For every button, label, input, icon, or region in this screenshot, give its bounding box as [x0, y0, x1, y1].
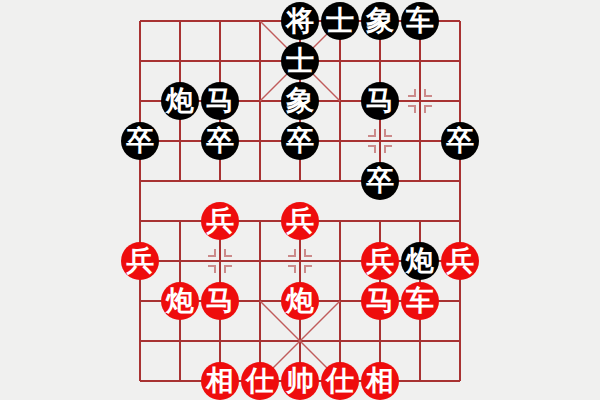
board-point[interactable] — [440, 201, 480, 241]
board-point[interactable] — [320, 321, 360, 361]
board-point[interactable] — [280, 321, 320, 361]
piece-black-cannon[interactable]: 炮 — [161, 82, 199, 120]
piece-red-elephant[interactable]: 相 — [201, 362, 239, 400]
board-point[interactable]: 象 — [360, 1, 400, 41]
board-point[interactable] — [120, 281, 160, 321]
board-point[interactable] — [400, 201, 440, 241]
board-point[interactable]: 卒 — [200, 121, 240, 161]
board-point[interactable]: 炮 — [160, 281, 200, 321]
xiangqi-board: 将士象车士炮马象马卒卒卒卒卒兵兵兵兵炮兵炮马炮马车相仕帅仕相 — [0, 0, 600, 400]
piece-red-horse[interactable]: 马 — [361, 282, 399, 320]
piece-black-advisor[interactable]: 士 — [321, 2, 359, 40]
piece-red-elephant[interactable]: 相 — [361, 362, 399, 400]
board-point[interactable] — [160, 201, 200, 241]
board-point[interactable] — [200, 161, 240, 201]
board-point[interactable] — [440, 81, 480, 121]
board-point[interactable] — [440, 321, 480, 361]
board-point[interactable]: 士 — [280, 41, 320, 81]
board-point[interactable] — [160, 41, 200, 81]
board-point[interactable]: 象 — [280, 81, 320, 121]
board-point[interactable] — [160, 161, 200, 201]
board-point[interactable] — [120, 361, 160, 400]
board-point[interactable]: 炮 — [280, 281, 320, 321]
board-point[interactable] — [400, 121, 440, 161]
piece-red-advisor[interactable]: 仕 — [241, 362, 279, 400]
board-point[interactable] — [120, 81, 160, 121]
board-point[interactable] — [240, 241, 280, 281]
board-point[interactable] — [120, 1, 160, 41]
board-point[interactable] — [160, 241, 200, 281]
board-point[interactable]: 卒 — [440, 121, 480, 161]
board-point[interactable]: 兵 — [120, 241, 160, 281]
board-point[interactable]: 兵 — [280, 201, 320, 241]
piece-red-cannon[interactable]: 炮 — [281, 282, 319, 320]
piece-black-horse[interactable]: 马 — [361, 82, 399, 120]
board-point[interactable] — [200, 321, 240, 361]
board-point[interactable] — [400, 361, 440, 400]
board-point[interactable] — [160, 361, 200, 400]
board-point[interactable]: 卒 — [360, 161, 400, 201]
board-point[interactable] — [240, 1, 280, 41]
board-point[interactable] — [360, 201, 400, 241]
piece-red-chariot[interactable]: 车 — [401, 282, 439, 320]
board-point[interactable]: 士 — [320, 1, 360, 41]
board-point[interactable] — [280, 161, 320, 201]
board-point[interactable] — [440, 361, 480, 400]
piece-red-soldier[interactable]: 兵 — [201, 202, 239, 240]
board-point[interactable]: 卒 — [120, 121, 160, 161]
board-point[interactable]: 相 — [200, 361, 240, 400]
board-point[interactable] — [320, 201, 360, 241]
piece-black-general[interactable]: 将 — [281, 2, 319, 40]
board-point[interactable]: 将 — [280, 1, 320, 41]
board-point[interactable] — [240, 201, 280, 241]
piece-red-cannon[interactable]: 炮 — [161, 282, 199, 320]
piece-black-soldier[interactable]: 卒 — [361, 162, 399, 200]
board-point[interactable] — [360, 321, 400, 361]
board-point[interactable] — [440, 1, 480, 41]
board-point[interactable] — [400, 81, 440, 121]
board-point[interactable]: 炮 — [160, 81, 200, 121]
piece-black-soldier[interactable]: 卒 — [441, 122, 479, 160]
board-point[interactable]: 兵 — [200, 201, 240, 241]
board-point[interactable] — [280, 241, 320, 281]
piece-red-horse[interactable]: 马 — [201, 282, 239, 320]
board-point[interactable] — [120, 321, 160, 361]
board-point[interactable] — [400, 41, 440, 81]
board-point[interactable] — [320, 161, 360, 201]
board-point[interactable] — [240, 161, 280, 201]
board-point[interactable] — [320, 81, 360, 121]
board-point[interactable] — [400, 321, 440, 361]
board-point[interactable] — [440, 41, 480, 81]
board-point[interactable] — [200, 41, 240, 81]
board-point[interactable] — [360, 41, 400, 81]
board-point[interactable] — [320, 41, 360, 81]
piece-red-soldier[interactable]: 兵 — [441, 242, 479, 280]
piece-red-general[interactable]: 帅 — [281, 362, 319, 400]
board-points: 将士象车士炮马象马卒卒卒卒卒兵兵兵兵炮兵炮马炮马车相仕帅仕相 — [120, 1, 480, 400]
board-point[interactable]: 仕 — [240, 361, 280, 400]
board-point[interactable] — [320, 121, 360, 161]
board-point[interactable] — [320, 281, 360, 321]
board-point[interactable]: 马 — [200, 81, 240, 121]
board-point[interactable] — [400, 161, 440, 201]
piece-red-advisor[interactable]: 仕 — [321, 362, 359, 400]
board-point[interactable] — [360, 121, 400, 161]
board-point[interactable] — [240, 81, 280, 121]
board-point[interactable] — [160, 321, 200, 361]
piece-black-soldier[interactable]: 卒 — [201, 122, 239, 160]
board-point[interactable]: 马 — [360, 81, 400, 121]
board-point[interactable]: 兵 — [360, 241, 400, 281]
board-point[interactable] — [240, 321, 280, 361]
board-point[interactable] — [320, 241, 360, 281]
board-point[interactable]: 卒 — [280, 121, 320, 161]
piece-black-horse[interactable]: 马 — [201, 82, 239, 120]
board-point[interactable] — [120, 41, 160, 81]
board-point[interactable] — [160, 121, 200, 161]
board-point[interactable]: 车 — [400, 1, 440, 41]
piece-red-soldier[interactable]: 兵 — [361, 242, 399, 280]
piece-black-cannon[interactable]: 炮 — [401, 242, 439, 280]
board-point[interactable]: 马 — [200, 281, 240, 321]
board-point[interactable] — [240, 121, 280, 161]
board-point[interactable] — [200, 241, 240, 281]
piece-black-advisor[interactable]: 士 — [281, 42, 319, 80]
board-point[interactable] — [120, 201, 160, 241]
board-point[interactable]: 仕 — [320, 361, 360, 400]
board-point[interactable]: 车 — [400, 281, 440, 321]
board-point[interactable]: 兵 — [440, 241, 480, 281]
board-point[interactable]: 马 — [360, 281, 400, 321]
piece-black-elephant[interactable]: 象 — [281, 82, 319, 120]
piece-red-soldier[interactable]: 兵 — [121, 242, 159, 280]
piece-red-soldier[interactable]: 兵 — [281, 202, 319, 240]
board-point[interactable] — [240, 281, 280, 321]
board-point[interactable]: 相 — [360, 361, 400, 400]
board-point[interactable] — [440, 281, 480, 321]
board-point[interactable] — [120, 161, 160, 201]
board-point[interactable] — [200, 1, 240, 41]
board-point[interactable] — [440, 161, 480, 201]
piece-black-chariot[interactable]: 车 — [401, 2, 439, 40]
piece-black-elephant[interactable]: 象 — [361, 2, 399, 40]
board-point[interactable]: 炮 — [400, 241, 440, 281]
board-point[interactable]: 帅 — [280, 361, 320, 400]
piece-black-soldier[interactable]: 卒 — [121, 122, 159, 160]
piece-black-soldier[interactable]: 卒 — [281, 122, 319, 160]
board-point[interactable] — [160, 1, 200, 41]
board-point[interactable] — [240, 41, 280, 81]
